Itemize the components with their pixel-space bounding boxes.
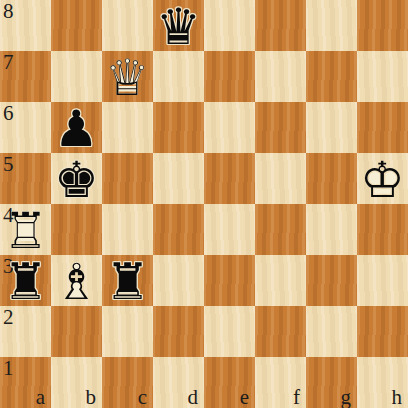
white-bishop-icon: ♝ [51,255,102,306]
square-f5[interactable] [255,153,306,204]
square-f2[interactable] [255,306,306,357]
black-rook-icon: ♜ [0,255,51,306]
white-rook-icon: ♜ [0,204,51,255]
square-e3[interactable] [204,255,255,306]
square-b6[interactable]: ♟♟ [51,102,102,153]
white-rook-icon: ♖ [0,204,51,255]
square-d6[interactable] [153,102,204,153]
black-king-icon: ♚ [51,153,102,204]
square-g3[interactable] [306,255,357,306]
file-label-h: h [392,387,403,408]
square-a1[interactable]: 1a [0,357,51,408]
square-d2[interactable] [153,306,204,357]
piece-black-king-b5[interactable]: ♚♚ [51,153,102,204]
square-e7[interactable] [204,51,255,102]
square-g6[interactable] [306,102,357,153]
piece-black-pawn-b6[interactable]: ♟♟ [51,102,102,153]
piece-white-queen-c7[interactable]: ♛♕ [102,51,153,102]
rank-label-6: 6 [3,102,14,124]
black-queen-icon: ♛ [153,0,204,51]
rank-label-5: 5 [3,153,14,175]
square-c4[interactable] [102,204,153,255]
file-label-e: e [240,387,249,408]
black-rook-icon: ♜ [102,255,153,306]
black-pawn-icon: ♟ [51,102,102,153]
square-h3[interactable] [357,255,408,306]
square-b5[interactable]: ♚♚ [51,153,102,204]
square-b8[interactable] [51,0,102,51]
square-c2[interactable] [102,306,153,357]
square-a4[interactable]: 4♜♖ [0,204,51,255]
square-d4[interactable] [153,204,204,255]
square-h1[interactable]: h [357,357,408,408]
square-f4[interactable] [255,204,306,255]
square-c1[interactable]: c [102,357,153,408]
white-queen-icon: ♕ [102,51,153,102]
square-g8[interactable] [306,0,357,51]
square-d7[interactable] [153,51,204,102]
piece-white-bishop-b3[interactable]: ♝♗ [51,255,102,306]
file-label-f: f [293,387,300,408]
black-rook-icon: ♜ [0,255,51,306]
square-b1[interactable]: b [51,357,102,408]
white-king-icon: ♔ [357,153,408,204]
square-a8[interactable]: 8 [0,0,51,51]
square-a7[interactable]: 7 [0,51,51,102]
square-a6[interactable]: 6 [0,102,51,153]
square-c3[interactable]: ♜♜ [102,255,153,306]
square-e5[interactable] [204,153,255,204]
square-b3[interactable]: ♝♗ [51,255,102,306]
square-f1[interactable]: f [255,357,306,408]
square-e6[interactable] [204,102,255,153]
black-king-icon: ♚ [51,153,102,204]
square-b7[interactable] [51,51,102,102]
square-e8[interactable] [204,0,255,51]
square-a2[interactable]: 2 [0,306,51,357]
piece-black-rook-c3[interactable]: ♜♜ [102,255,153,306]
square-c5[interactable] [102,153,153,204]
piece-black-rook-a3[interactable]: ♜♜ [0,255,51,306]
square-e2[interactable] [204,306,255,357]
white-queen-icon: ♛ [102,51,153,102]
square-c6[interactable] [102,102,153,153]
square-e4[interactable] [204,204,255,255]
black-queen-icon: ♛ [153,0,204,51]
file-label-g: g [341,387,352,408]
square-b4[interactable] [51,204,102,255]
square-b2[interactable] [51,306,102,357]
square-g7[interactable] [306,51,357,102]
file-label-a: a [36,387,45,408]
piece-white-rook-a4[interactable]: ♜♖ [0,204,51,255]
square-d1[interactable]: d [153,357,204,408]
square-g1[interactable]: g [306,357,357,408]
square-a5[interactable]: 5 [0,153,51,204]
square-e1[interactable]: e [204,357,255,408]
square-c7[interactable]: ♛♕ [102,51,153,102]
black-pawn-icon: ♟ [51,102,102,153]
square-h5[interactable]: ♚♔ [357,153,408,204]
rank-label-8: 8 [3,0,14,22]
square-h7[interactable] [357,51,408,102]
white-king-icon: ♚ [357,153,408,204]
square-f7[interactable] [255,51,306,102]
square-f8[interactable] [255,0,306,51]
rank-label-1: 1 [3,357,14,379]
square-d5[interactable] [153,153,204,204]
piece-black-queen-d8[interactable]: ♛♛ [153,0,204,51]
square-d8[interactable]: ♛♛ [153,0,204,51]
file-label-d: d [188,387,199,408]
piece-white-king-h5[interactable]: ♚♔ [357,153,408,204]
square-h6[interactable] [357,102,408,153]
file-label-b: b [86,387,97,408]
square-c8[interactable] [102,0,153,51]
square-f3[interactable] [255,255,306,306]
square-h8[interactable] [357,0,408,51]
square-d3[interactable] [153,255,204,306]
black-rook-icon: ♜ [102,255,153,306]
square-h4[interactable] [357,204,408,255]
rank-label-7: 7 [3,51,14,73]
square-g5[interactable] [306,153,357,204]
square-g2[interactable] [306,306,357,357]
rank-label-2: 2 [3,306,14,328]
white-bishop-icon: ♗ [51,255,102,306]
file-label-c: c [138,387,147,408]
chess-board: 8♛♛7♛♕6♟♟5♚♚♚♔4♜♖3♜♜♝♗♜♜21abcdefgh [0,0,408,408]
square-f6[interactable] [255,102,306,153]
square-g4[interactable] [306,204,357,255]
square-a3[interactable]: 3♜♜ [0,255,51,306]
square-h2[interactable] [357,306,408,357]
